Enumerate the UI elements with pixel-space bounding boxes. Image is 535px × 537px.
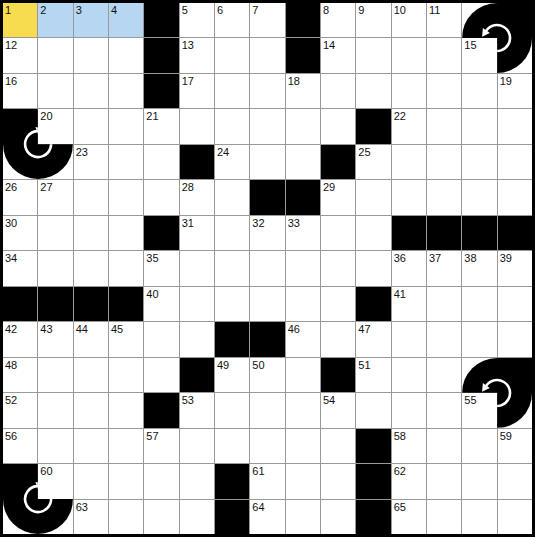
- black-cell: [250, 180, 284, 214]
- cell-number: 34: [5, 252, 17, 264]
- black-cell: [498, 216, 532, 250]
- grid-cell[interactable]: 13: [180, 38, 214, 72]
- grid-cell[interactable]: 51: [356, 358, 390, 392]
- black-cell: [392, 216, 426, 250]
- grid-cell[interactable]: [250, 145, 284, 179]
- grid-cell[interactable]: [215, 393, 249, 427]
- grid-cell[interactable]: 41: [392, 287, 426, 321]
- grid-cell[interactable]: [462, 287, 496, 321]
- grid-cell[interactable]: 29: [321, 180, 355, 214]
- grid-cell[interactable]: [427, 38, 461, 72]
- cell-number: 6: [217, 4, 223, 16]
- black-cell: [356, 287, 390, 321]
- black-cell: [144, 393, 178, 427]
- cell-number: 31: [182, 217, 194, 229]
- black-cell: [498, 38, 532, 72]
- grid-cell[interactable]: [286, 500, 320, 534]
- grid-cell[interactable]: [215, 287, 249, 321]
- cell-number: 46: [288, 323, 300, 335]
- black-cell: [74, 287, 108, 321]
- grid-cell[interactable]: 21: [144, 109, 178, 143]
- cell-number: 44: [76, 323, 88, 335]
- cell-number: 37: [429, 252, 441, 264]
- black-cell: [180, 145, 214, 179]
- cell-number: 48: [5, 359, 17, 371]
- grid-cell[interactable]: [462, 74, 496, 108]
- grid-cell[interactable]: [392, 180, 426, 214]
- grid-cell[interactable]: [180, 429, 214, 463]
- grid-cell[interactable]: [74, 180, 108, 214]
- black-cell: [180, 358, 214, 392]
- grid-cell[interactable]: [250, 251, 284, 285]
- black-cell: [144, 74, 178, 108]
- cell-number: 4: [111, 4, 117, 16]
- grid-cell[interactable]: [462, 145, 496, 179]
- black-cell: [3, 145, 37, 179]
- grid-cell[interactable]: [462, 109, 496, 143]
- grid-cell[interactable]: [74, 464, 108, 498]
- grid-cell[interactable]: [74, 74, 108, 108]
- black-cell: [144, 216, 178, 250]
- cell-number: 23: [76, 146, 88, 158]
- black-cell: [356, 500, 390, 534]
- cell-number: 62: [394, 465, 406, 477]
- grid-cell[interactable]: [356, 393, 390, 427]
- grid-cell[interactable]: [215, 109, 249, 143]
- grid-cell[interactable]: 15: [462, 38, 496, 72]
- cell-number: 45: [111, 323, 123, 335]
- grid-cell[interactable]: [286, 109, 320, 143]
- cell-number: 49: [217, 359, 229, 371]
- crossword-board: 1234567891011121314151617181920212223242…: [0, 0, 535, 537]
- grid-cell[interactable]: [180, 109, 214, 143]
- grid-cell[interactable]: [498, 287, 532, 321]
- grid-cell[interactable]: [144, 500, 178, 534]
- black-cell: [3, 109, 37, 143]
- grid-cell[interactable]: 20: [38, 109, 72, 143]
- grid-cell[interactable]: [321, 500, 355, 534]
- cell-number: 63: [76, 501, 88, 513]
- grid-cell[interactable]: 30: [3, 216, 37, 250]
- cell-number: 41: [394, 288, 406, 300]
- cell-number: 58: [394, 430, 406, 442]
- grid-cell[interactable]: 55: [462, 393, 496, 427]
- grid-cell[interactable]: [180, 322, 214, 356]
- grid-cell[interactable]: [109, 216, 143, 250]
- grid-cell[interactable]: 8: [321, 3, 355, 37]
- grid-cell[interactable]: 1: [3, 3, 37, 37]
- black-cell: [356, 464, 390, 498]
- grid-cell[interactable]: [109, 74, 143, 108]
- cell-number: 24: [217, 146, 229, 158]
- grid-cell[interactable]: [215, 216, 249, 250]
- grid-cell[interactable]: 53: [180, 393, 214, 427]
- grid-cell[interactable]: 61: [250, 464, 284, 498]
- grid-cell[interactable]: [392, 145, 426, 179]
- grid-cell[interactable]: [38, 74, 72, 108]
- grid-cell[interactable]: [498, 145, 532, 179]
- grid-cell[interactable]: 3: [74, 3, 108, 37]
- grid-cell[interactable]: 62: [392, 464, 426, 498]
- grid-cell[interactable]: [38, 393, 72, 427]
- grid-cell[interactable]: 12: [3, 38, 37, 72]
- grid-cell[interactable]: 11: [427, 3, 461, 37]
- cell-number: 10: [394, 4, 406, 16]
- black-cell: [462, 358, 496, 392]
- grid-cell[interactable]: 47: [356, 322, 390, 356]
- cell-number: 11: [429, 4, 440, 16]
- grid-cell[interactable]: 56: [3, 429, 37, 463]
- grid-cell[interactable]: [215, 180, 249, 214]
- black-cell: [286, 38, 320, 72]
- grid-cell[interactable]: [250, 38, 284, 72]
- crossword-grid: 1234567891011121314151617181920212223242…: [3, 3, 532, 534]
- cell-number: 28: [182, 181, 194, 193]
- cell-number: 56: [5, 430, 17, 442]
- grid-cell[interactable]: [392, 322, 426, 356]
- grid-cell[interactable]: [286, 464, 320, 498]
- grid-cell[interactable]: [498, 109, 532, 143]
- grid-cell[interactable]: [144, 464, 178, 498]
- grid-cell[interactable]: 52: [3, 393, 37, 427]
- black-cell: [356, 109, 390, 143]
- cell-number: 39: [500, 252, 512, 264]
- grid-cell[interactable]: 40: [144, 287, 178, 321]
- grid-cell[interactable]: 26: [3, 180, 37, 214]
- grid-cell[interactable]: [38, 358, 72, 392]
- cell-number: 42: [5, 323, 17, 335]
- grid-cell[interactable]: [286, 251, 320, 285]
- grid-cell[interactable]: 39: [498, 251, 532, 285]
- grid-cell[interactable]: [462, 429, 496, 463]
- grid-cell[interactable]: [38, 429, 72, 463]
- black-cell: [215, 464, 249, 498]
- cell-number: 21: [146, 110, 158, 122]
- grid-cell[interactable]: 19: [498, 74, 532, 108]
- black-cell: [38, 145, 72, 179]
- grid-cell[interactable]: 37: [427, 251, 461, 285]
- cell-number: 36: [394, 252, 406, 264]
- black-cell: [3, 464, 37, 498]
- grid-cell[interactable]: 25: [356, 145, 390, 179]
- grid-cell[interactable]: 18: [286, 74, 320, 108]
- grid-cell[interactable]: [427, 287, 461, 321]
- grid-cell[interactable]: 43: [38, 322, 72, 356]
- cell-number: 64: [252, 501, 264, 513]
- grid-cell[interactable]: 27: [38, 180, 72, 214]
- grid-cell[interactable]: [180, 500, 214, 534]
- grid-cell[interactable]: 57: [144, 429, 178, 463]
- grid-cell[interactable]: [498, 322, 532, 356]
- grid-cell[interactable]: [144, 358, 178, 392]
- grid-cell[interactable]: [74, 38, 108, 72]
- grid-cell[interactable]: 45: [109, 322, 143, 356]
- grid-cell[interactable]: [356, 251, 390, 285]
- grid-cell[interactable]: 35: [144, 251, 178, 285]
- grid-cell[interactable]: 28: [180, 180, 214, 214]
- grid-cell[interactable]: [38, 38, 72, 72]
- grid-cell[interactable]: [356, 38, 390, 72]
- cell-number: 57: [146, 430, 158, 442]
- grid-cell[interactable]: [144, 322, 178, 356]
- cell-number: 20: [40, 110, 52, 122]
- grid-cell[interactable]: [392, 74, 426, 108]
- cell-number: 32: [252, 217, 264, 229]
- grid-cell[interactable]: [498, 500, 532, 534]
- grid-cell[interactable]: [286, 393, 320, 427]
- cell-number: 13: [182, 39, 194, 51]
- grid-cell[interactable]: 31: [180, 216, 214, 250]
- black-cell: [321, 145, 355, 179]
- cell-number: 61: [252, 465, 264, 477]
- black-cell: [215, 500, 249, 534]
- cell-number: 25: [358, 146, 370, 158]
- cell-number: 65: [394, 501, 406, 513]
- grid-cell[interactable]: 22: [392, 109, 426, 143]
- grid-cell[interactable]: [144, 180, 178, 214]
- grid-cell[interactable]: [392, 358, 426, 392]
- grid-cell[interactable]: 14: [321, 38, 355, 72]
- black-cell: [356, 429, 390, 463]
- grid-cell[interactable]: [392, 38, 426, 72]
- black-cell: [462, 216, 496, 250]
- black-cell: [286, 3, 320, 37]
- cell-number: 18: [288, 75, 300, 87]
- grid-cell[interactable]: [74, 393, 108, 427]
- black-cell: [498, 358, 532, 392]
- grid-cell[interactable]: [321, 216, 355, 250]
- cell-number: 54: [323, 394, 335, 406]
- grid-cell[interactable]: [427, 464, 461, 498]
- grid-cell[interactable]: 17: [180, 74, 214, 108]
- cell-number: 59: [500, 430, 512, 442]
- grid-cell[interactable]: [74, 109, 108, 143]
- grid-cell[interactable]: [250, 109, 284, 143]
- grid-cell[interactable]: [215, 74, 249, 108]
- grid-cell[interactable]: 10: [392, 3, 426, 37]
- grid-cell[interactable]: 58: [392, 429, 426, 463]
- grid-cell[interactable]: [427, 74, 461, 108]
- cell-number: 2: [40, 4, 46, 16]
- grid-cell[interactable]: 5: [180, 3, 214, 37]
- black-cell: [144, 3, 178, 37]
- grid-cell[interactable]: [215, 251, 249, 285]
- grid-cell[interactable]: [286, 145, 320, 179]
- cell-number: 22: [394, 110, 406, 122]
- cell-number: 51: [358, 359, 370, 371]
- grid-cell[interactable]: [427, 429, 461, 463]
- grid-cell[interactable]: [321, 464, 355, 498]
- grid-cell[interactable]: [38, 251, 72, 285]
- grid-cell[interactable]: [498, 464, 532, 498]
- grid-cell[interactable]: [250, 429, 284, 463]
- grid-cell[interactable]: [74, 429, 108, 463]
- black-cell: [109, 287, 143, 321]
- grid-cell[interactable]: [462, 322, 496, 356]
- cell-number: 40: [146, 288, 158, 300]
- grid-cell[interactable]: [356, 74, 390, 108]
- grid-cell[interactable]: 34: [3, 251, 37, 285]
- black-cell: [215, 322, 249, 356]
- grid-cell[interactable]: [321, 322, 355, 356]
- grid-cell[interactable]: [286, 358, 320, 392]
- grid-cell[interactable]: [321, 74, 355, 108]
- cell-number: 14: [323, 39, 335, 51]
- grid-cell[interactable]: [144, 145, 178, 179]
- grid-cell[interactable]: [109, 180, 143, 214]
- grid-cell[interactable]: 46: [286, 322, 320, 356]
- grid-cell[interactable]: 49: [215, 358, 249, 392]
- grid-cell[interactable]: [180, 251, 214, 285]
- grid-cell[interactable]: [180, 464, 214, 498]
- cell-number: 3: [76, 4, 82, 16]
- grid-cell[interactable]: [462, 500, 496, 534]
- grid-cell[interactable]: 33: [286, 216, 320, 250]
- grid-cell[interactable]: [286, 287, 320, 321]
- cell-number: 5: [182, 4, 188, 16]
- grid-cell[interactable]: [286, 429, 320, 463]
- cell-number: 30: [5, 217, 17, 229]
- cell-number: 55: [464, 394, 476, 406]
- black-cell: [38, 500, 72, 534]
- grid-cell[interactable]: 16: [3, 74, 37, 108]
- cell-number: 1: [5, 4, 11, 16]
- black-cell: [462, 3, 496, 37]
- black-cell: [286, 180, 320, 214]
- cell-number: 33: [288, 217, 300, 229]
- grid-cell[interactable]: [109, 464, 143, 498]
- grid-cell[interactable]: 65: [392, 500, 426, 534]
- grid-cell[interactable]: 48: [3, 358, 37, 392]
- grid-cell[interactable]: [250, 74, 284, 108]
- grid-cell[interactable]: [74, 216, 108, 250]
- grid-cell[interactable]: [392, 393, 426, 427]
- grid-cell[interactable]: [356, 180, 390, 214]
- cell-number: 27: [40, 181, 52, 193]
- grid-cell[interactable]: 2: [38, 3, 72, 37]
- grid-cell[interactable]: 36: [392, 251, 426, 285]
- grid-cell[interactable]: 60: [38, 464, 72, 498]
- cell-number: 17: [182, 75, 194, 87]
- grid-cell[interactable]: 7: [250, 3, 284, 37]
- grid-cell[interactable]: 44: [74, 322, 108, 356]
- grid-cell[interactable]: [321, 429, 355, 463]
- black-cell: [250, 322, 284, 356]
- grid-cell[interactable]: [109, 38, 143, 72]
- grid-cell[interactable]: [215, 429, 249, 463]
- cell-number: 26: [5, 181, 17, 193]
- grid-cell[interactable]: 38: [462, 251, 496, 285]
- grid-cell[interactable]: [109, 393, 143, 427]
- black-cell: [3, 500, 37, 534]
- grid-cell[interactable]: [180, 287, 214, 321]
- grid-cell[interactable]: [462, 180, 496, 214]
- grid-cell[interactable]: [109, 358, 143, 392]
- cell-number: 47: [358, 323, 370, 335]
- grid-cell[interactable]: 9: [356, 3, 390, 37]
- black-cell: [427, 216, 461, 250]
- grid-cell[interactable]: [109, 145, 143, 179]
- black-cell: [144, 38, 178, 72]
- grid-cell[interactable]: [74, 358, 108, 392]
- cell-number: 29: [323, 181, 335, 193]
- grid-cell[interactable]: 63: [74, 500, 108, 534]
- black-cell: [3, 287, 37, 321]
- black-cell: [38, 287, 72, 321]
- grid-cell[interactable]: 64: [250, 500, 284, 534]
- cell-number: 50: [252, 359, 264, 371]
- black-cell: [498, 3, 532, 37]
- grid-cell[interactable]: 23: [74, 145, 108, 179]
- grid-cell[interactable]: 24: [215, 145, 249, 179]
- grid-cell[interactable]: [427, 393, 461, 427]
- cell-number: 53: [182, 394, 194, 406]
- grid-cell[interactable]: [250, 393, 284, 427]
- cell-number: 19: [500, 75, 512, 87]
- cell-number: 38: [464, 252, 476, 264]
- grid-cell[interactable]: [74, 251, 108, 285]
- cell-number: 43: [40, 323, 52, 335]
- grid-cell[interactable]: [109, 500, 143, 534]
- grid-cell[interactable]: [38, 216, 72, 250]
- grid-cell[interactable]: [250, 287, 284, 321]
- grid-cell[interactable]: 54: [321, 393, 355, 427]
- cell-number: 9: [358, 4, 364, 16]
- grid-cell[interactable]: [321, 251, 355, 285]
- cell-number: 15: [464, 39, 476, 51]
- grid-cell[interactable]: [427, 500, 461, 534]
- cell-number: 8: [323, 4, 329, 16]
- grid-cell[interactable]: [109, 109, 143, 143]
- grid-cell[interactable]: [321, 109, 355, 143]
- grid-cell[interactable]: [427, 358, 461, 392]
- black-cell: [498, 393, 532, 427]
- cell-number: 52: [5, 394, 17, 406]
- cell-number: 35: [146, 252, 158, 264]
- grid-cell[interactable]: [427, 109, 461, 143]
- grid-cell[interactable]: [427, 180, 461, 214]
- cell-number: 60: [40, 465, 52, 477]
- grid-cell[interactable]: 32: [250, 216, 284, 250]
- grid-cell[interactable]: [215, 38, 249, 72]
- grid-cell[interactable]: [109, 429, 143, 463]
- grid-cell[interactable]: [109, 251, 143, 285]
- cell-number: 16: [5, 75, 17, 87]
- grid-cell[interactable]: 42: [3, 322, 37, 356]
- grid-cell[interactable]: [321, 287, 355, 321]
- grid-cell[interactable]: [356, 216, 390, 250]
- grid-cell[interactable]: [427, 322, 461, 356]
- cell-number: 7: [252, 4, 258, 16]
- grid-cell[interactable]: [427, 145, 461, 179]
- black-cell: [321, 358, 355, 392]
- grid-cell[interactable]: 59: [498, 429, 532, 463]
- cell-number: 12: [5, 39, 17, 51]
- grid-cell[interactable]: [462, 464, 496, 498]
- grid-cell[interactable]: 4: [109, 3, 143, 37]
- grid-cell[interactable]: [498, 180, 532, 214]
- grid-cell[interactable]: 6: [215, 3, 249, 37]
- grid-cell[interactable]: 50: [250, 358, 284, 392]
